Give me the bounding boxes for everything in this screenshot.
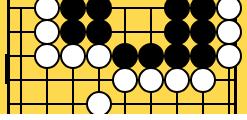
- black-stone[interactable]: [86, 19, 112, 45]
- white-stone[interactable]: [164, 67, 190, 93]
- white-stone[interactable]: [60, 43, 86, 69]
- white-stone[interactable]: [112, 67, 138, 93]
- left-edge-thick-segment: [5, 54, 8, 84]
- white-stone[interactable]: [190, 67, 216, 93]
- white-stone[interactable]: [34, 43, 60, 69]
- black-stone[interactable]: [190, 43, 216, 69]
- black-stone[interactable]: [190, 19, 216, 45]
- go-board[interactable]: [0, 0, 247, 114]
- black-stone[interactable]: [138, 43, 164, 69]
- black-stone[interactable]: [164, 0, 190, 21]
- black-stone[interactable]: [60, 0, 86, 21]
- black-stone[interactable]: [164, 43, 190, 69]
- go-diagram: [0, 0, 247, 120]
- white-stone[interactable]: [86, 91, 112, 114]
- white-stone[interactable]: [34, 0, 60, 21]
- black-stone[interactable]: [164, 19, 190, 45]
- black-stone[interactable]: [86, 0, 112, 21]
- white-stone[interactable]: [34, 19, 60, 45]
- black-stone[interactable]: [190, 0, 216, 21]
- white-stone[interactable]: [86, 43, 112, 69]
- board-bottom-margin: [0, 114, 247, 120]
- black-stone[interactable]: [112, 43, 138, 69]
- black-stone[interactable]: [60, 19, 86, 45]
- white-stone[interactable]: [216, 0, 242, 21]
- white-stone[interactable]: [216, 43, 242, 69]
- white-stone[interactable]: [216, 19, 242, 45]
- grid-vline: [20, 7, 22, 114]
- white-stone[interactable]: [138, 67, 164, 93]
